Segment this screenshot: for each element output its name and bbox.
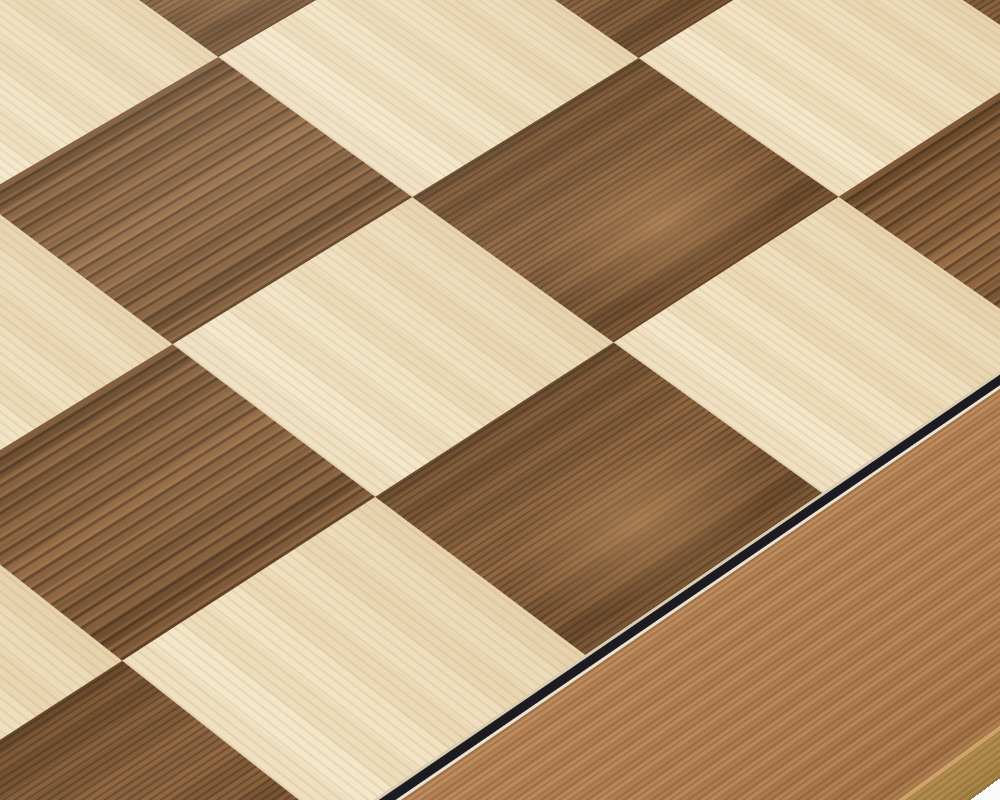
- board-photo: [0, 0, 1000, 800]
- board-plane: [0, 0, 1000, 800]
